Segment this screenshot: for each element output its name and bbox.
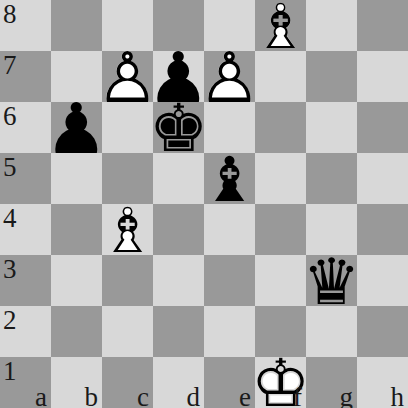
file-label-c: c [137, 384, 149, 408]
square-h6[interactable] [357, 102, 408, 153]
square-e3[interactable] [204, 255, 255, 306]
square-e7[interactable]: ♟♙ [204, 51, 255, 102]
square-f1[interactable]: ♚♔f [255, 357, 306, 408]
square-d4[interactable] [153, 204, 204, 255]
rank-label-5: 5 [3, 153, 17, 181]
square-a4[interactable]: 4 [0, 204, 51, 255]
square-e2[interactable] [204, 306, 255, 357]
square-g8[interactable] [306, 0, 357, 51]
piece-white-pawn[interactable]: ♟♙ [102, 51, 153, 102]
square-d3[interactable] [153, 255, 204, 306]
rank-label-7: 7 [3, 51, 17, 79]
square-g1[interactable]: g [306, 357, 357, 408]
square-a7[interactable]: 7 [0, 51, 51, 102]
square-e5[interactable]: ♝ [204, 153, 255, 204]
chess-board: 8♝♗7♟♙♟♟♙6♟♚5♝4♝♗3♛21abcde♚♔fgh [0, 0, 408, 408]
square-a3[interactable]: 3 [0, 255, 51, 306]
white-bishop-outline-icon: ♗ [100, 200, 156, 262]
piece-black-bishop[interactable]: ♝ [204, 153, 255, 204]
rank-label-1: 1 [3, 357, 17, 385]
square-e4[interactable] [204, 204, 255, 255]
file-label-d: d [187, 384, 201, 408]
square-f6[interactable] [255, 102, 306, 153]
square-e1[interactable]: e [204, 357, 255, 408]
square-a1[interactable]: 1a [0, 357, 51, 408]
square-c6[interactable] [102, 102, 153, 153]
square-b6[interactable]: ♟ [51, 102, 102, 153]
piece-black-pawn[interactable]: ♟ [51, 102, 102, 153]
square-f3[interactable] [255, 255, 306, 306]
square-h3[interactable] [357, 255, 408, 306]
square-a5[interactable]: 5 [0, 153, 51, 204]
file-label-f: f [293, 384, 302, 408]
square-c7[interactable]: ♟♙ [102, 51, 153, 102]
piece-black-queen[interactable]: ♛ [306, 255, 357, 306]
square-d5[interactable] [153, 153, 204, 204]
piece-white-bishop[interactable]: ♝♗ [102, 204, 153, 255]
square-g2[interactable] [306, 306, 357, 357]
file-label-b: b [85, 384, 99, 408]
square-h8[interactable] [357, 0, 408, 51]
file-label-e: e [239, 384, 251, 408]
square-d2[interactable] [153, 306, 204, 357]
square-c1[interactable]: c [102, 357, 153, 408]
square-h5[interactable] [357, 153, 408, 204]
square-d1[interactable]: d [153, 357, 204, 408]
square-h2[interactable] [357, 306, 408, 357]
square-a2[interactable]: 2 [0, 306, 51, 357]
square-g5[interactable] [306, 153, 357, 204]
square-d6[interactable]: ♚ [153, 102, 204, 153]
rank-label-6: 6 [3, 102, 17, 130]
file-label-g: g [340, 384, 354, 408]
square-b4[interactable] [51, 204, 102, 255]
square-b3[interactable] [51, 255, 102, 306]
square-c2[interactable] [102, 306, 153, 357]
square-g6[interactable] [306, 102, 357, 153]
file-label-h: h [391, 384, 405, 408]
square-b1[interactable]: b [51, 357, 102, 408]
square-c4[interactable]: ♝♗ [102, 204, 153, 255]
white-bishop-outline-icon: ♗ [253, 0, 309, 58]
square-g7[interactable] [306, 51, 357, 102]
black-queen-icon: ♛ [303, 250, 360, 314]
square-a6[interactable]: 6 [0, 102, 51, 153]
black-king-icon: ♚ [149, 96, 208, 162]
black-bishop-icon: ♝ [202, 149, 258, 211]
square-a8[interactable]: 8 [0, 0, 51, 51]
file-label-a: a [35, 384, 47, 408]
square-b2[interactable] [51, 306, 102, 357]
square-f8[interactable]: ♝♗ [255, 0, 306, 51]
piece-white-bishop[interactable]: ♝♗ [255, 0, 306, 51]
square-h7[interactable] [357, 51, 408, 102]
rank-label-4: 4 [3, 204, 17, 232]
piece-white-pawn[interactable]: ♟♙ [204, 51, 255, 102]
square-f5[interactable] [255, 153, 306, 204]
square-f7[interactable] [255, 51, 306, 102]
square-g3[interactable]: ♛ [306, 255, 357, 306]
square-c3[interactable] [102, 255, 153, 306]
square-h1[interactable]: h [357, 357, 408, 408]
rank-label-8: 8 [3, 0, 17, 28]
square-b5[interactable] [51, 153, 102, 204]
square-h4[interactable] [357, 204, 408, 255]
piece-black-king[interactable]: ♚ [153, 102, 204, 153]
square-f4[interactable] [255, 204, 306, 255]
square-b8[interactable] [51, 0, 102, 51]
rank-label-2: 2 [3, 306, 17, 334]
rank-label-3: 3 [3, 255, 17, 283]
